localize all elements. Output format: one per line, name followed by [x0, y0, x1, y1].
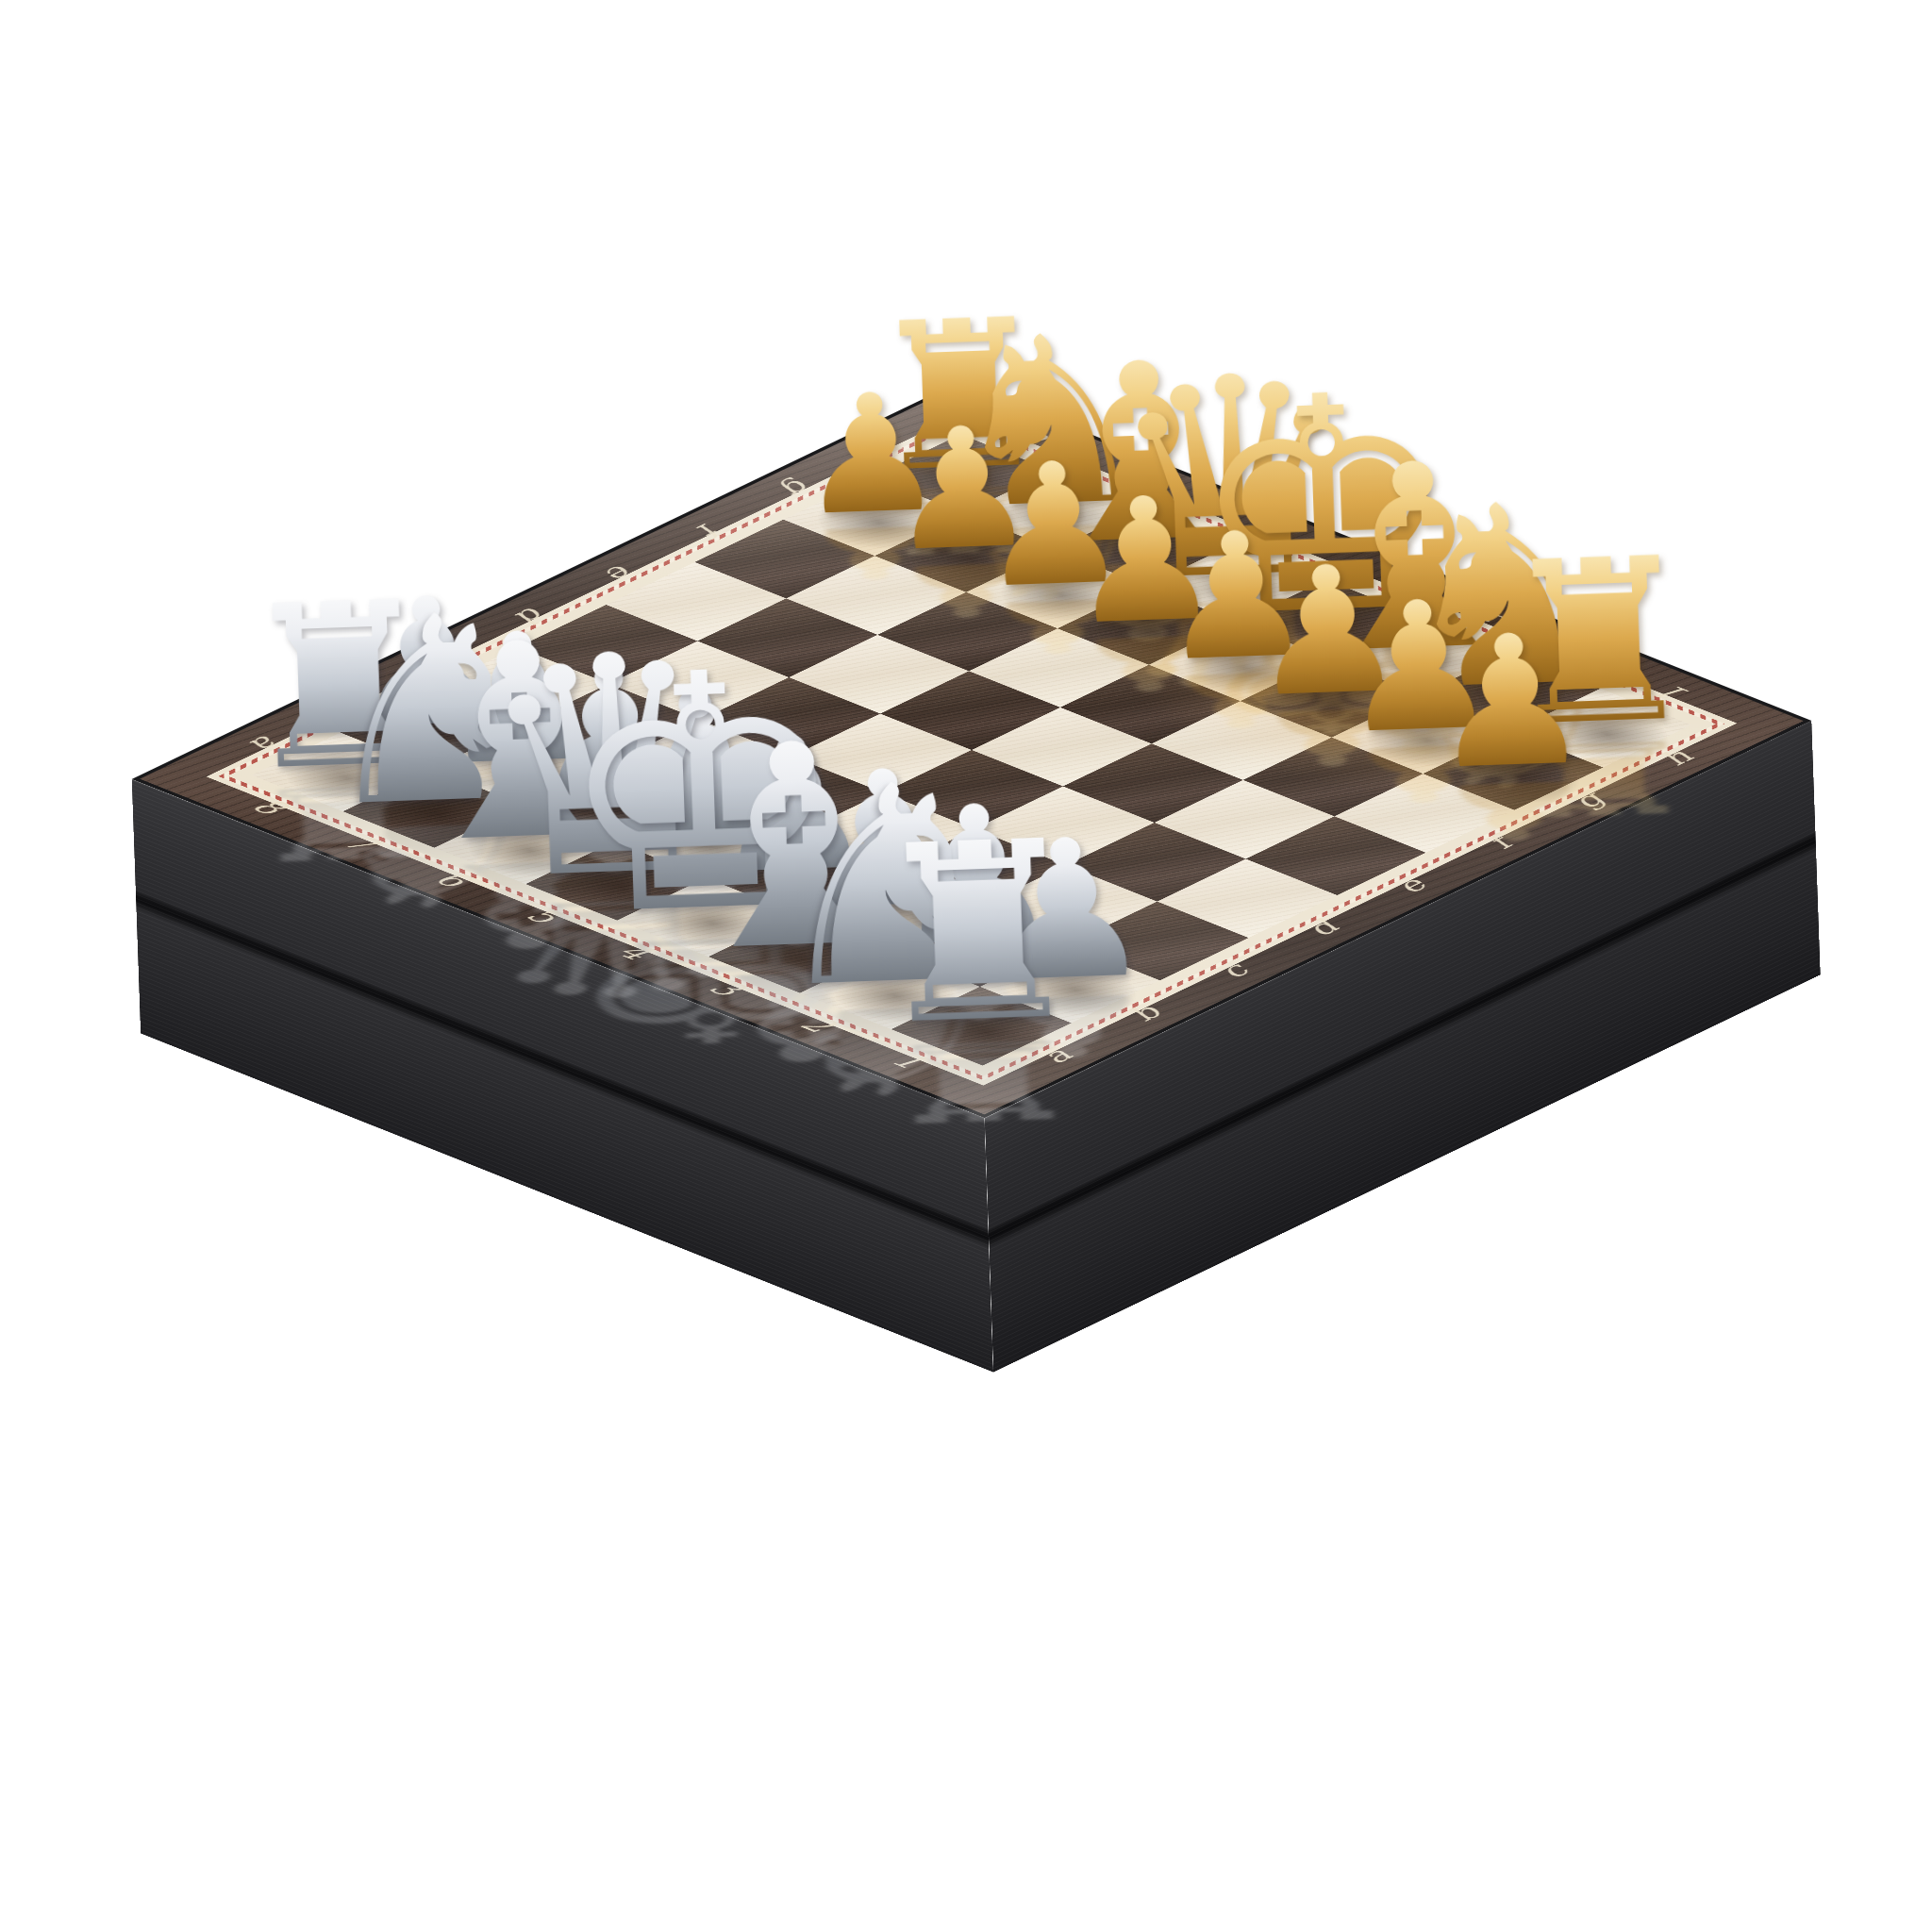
rank-label-far: 6: [1191, 500, 1243, 524]
rank-label-far: 8: [1008, 427, 1060, 451]
file-label-far: f: [688, 520, 733, 539]
gold-pawn-glyph: ♟: [1426, 609, 1594, 795]
file-label-far: h: [861, 433, 914, 456]
silver-rook-glyph: ♜: [864, 808, 1091, 1059]
scene-rotation: 8877665544332211hhggffeeddccbbaa ♜♜♞♞♟♟♝…: [0, 0, 1932, 1932]
product-photo-canvas: 8877665544332211hhggffeeddccbbaa ♜♜♞♞♟♟♝…: [0, 0, 1932, 1932]
file-label-far: e: [596, 561, 648, 583]
file-label-far: g: [773, 475, 825, 498]
rank-label-far: 5: [1282, 537, 1335, 560]
rank-label-far: 7: [1099, 464, 1152, 488]
